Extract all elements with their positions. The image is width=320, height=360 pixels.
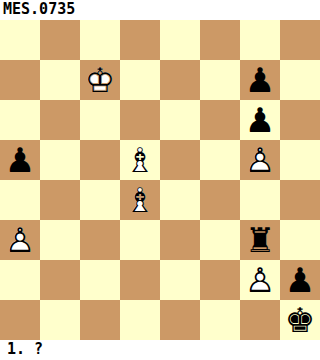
- square-a4[interactable]: [0, 180, 40, 220]
- square-d1[interactable]: [120, 300, 160, 340]
- black-pawn-glyph: ♟: [240, 60, 280, 100]
- white-bishop-outline: ♗: [120, 180, 160, 220]
- white-pawn: ♟♙: [240, 260, 280, 300]
- white-bishop-outline: ♗: [120, 140, 160, 180]
- move-prompt: 1. ?: [0, 340, 320, 360]
- square-d3[interactable]: [120, 220, 160, 260]
- square-c6[interactable]: [80, 100, 120, 140]
- square-b5[interactable]: [40, 140, 80, 180]
- square-h2[interactable]: ♟: [280, 260, 320, 300]
- square-f5[interactable]: [200, 140, 240, 180]
- square-d2[interactable]: [120, 260, 160, 300]
- black-pawn: ♟: [240, 100, 280, 140]
- square-c8[interactable]: [80, 20, 120, 60]
- square-f8[interactable]: [200, 20, 240, 60]
- square-a1[interactable]: [0, 300, 40, 340]
- black-pawn-glyph: ♟: [240, 100, 280, 140]
- square-e4[interactable]: [160, 180, 200, 220]
- square-c2[interactable]: [80, 260, 120, 300]
- square-d6[interactable]: [120, 100, 160, 140]
- square-h7[interactable]: [280, 60, 320, 100]
- square-h6[interactable]: [280, 100, 320, 140]
- black-pawn: ♟: [0, 140, 40, 180]
- square-c1[interactable]: [80, 300, 120, 340]
- square-h1[interactable]: ♚: [280, 300, 320, 340]
- square-g6[interactable]: ♟: [240, 100, 280, 140]
- white-pawn-outline: ♙: [0, 220, 40, 260]
- square-e2[interactable]: [160, 260, 200, 300]
- square-g4[interactable]: [240, 180, 280, 220]
- black-pawn: ♟: [280, 260, 320, 300]
- square-b2[interactable]: [40, 260, 80, 300]
- square-f7[interactable]: [200, 60, 240, 100]
- square-d5[interactable]: ♝♗: [120, 140, 160, 180]
- square-a3[interactable]: ♟♙: [0, 220, 40, 260]
- square-h4[interactable]: [280, 180, 320, 220]
- square-h3[interactable]: [280, 220, 320, 260]
- square-b3[interactable]: [40, 220, 80, 260]
- white-bishop: ♝♗: [120, 140, 160, 180]
- white-king: ♚♔: [80, 60, 120, 100]
- square-a2[interactable]: [0, 260, 40, 300]
- square-e7[interactable]: [160, 60, 200, 100]
- square-f3[interactable]: [200, 220, 240, 260]
- square-b1[interactable]: [40, 300, 80, 340]
- square-a7[interactable]: [0, 60, 40, 100]
- square-c5[interactable]: [80, 140, 120, 180]
- square-f4[interactable]: [200, 180, 240, 220]
- square-g8[interactable]: [240, 20, 280, 60]
- black-rook-glyph: ♜: [240, 220, 280, 260]
- square-d4[interactable]: ♝♗: [120, 180, 160, 220]
- square-f1[interactable]: [200, 300, 240, 340]
- black-pawn-glyph: ♟: [280, 260, 320, 300]
- chess-diagram: MES.0735 ♚♔♟♟♟♝♗♟♙♝♗♟♙♜♟♙♟♚ 1. ?: [0, 0, 320, 360]
- square-e1[interactable]: [160, 300, 200, 340]
- square-f6[interactable]: [200, 100, 240, 140]
- chess-board: ♚♔♟♟♟♝♗♟♙♝♗♟♙♜♟♙♟♚: [0, 20, 320, 340]
- square-e6[interactable]: [160, 100, 200, 140]
- square-c4[interactable]: [80, 180, 120, 220]
- square-d7[interactable]: [120, 60, 160, 100]
- square-h8[interactable]: [280, 20, 320, 60]
- square-g2[interactable]: ♟♙: [240, 260, 280, 300]
- white-king-outline: ♔: [80, 60, 120, 100]
- square-b7[interactable]: [40, 60, 80, 100]
- square-e5[interactable]: [160, 140, 200, 180]
- black-king: ♚: [280, 300, 320, 340]
- white-pawn-outline: ♙: [240, 260, 280, 300]
- white-pawn: ♟♙: [240, 140, 280, 180]
- square-e3[interactable]: [160, 220, 200, 260]
- black-king-glyph: ♚: [280, 300, 320, 340]
- square-g3[interactable]: ♜: [240, 220, 280, 260]
- square-e8[interactable]: [160, 20, 200, 60]
- black-pawn: ♟: [240, 60, 280, 100]
- white-bishop: ♝♗: [120, 180, 160, 220]
- square-b8[interactable]: [40, 20, 80, 60]
- square-c3[interactable]: [80, 220, 120, 260]
- square-h5[interactable]: [280, 140, 320, 180]
- black-rook: ♜: [240, 220, 280, 260]
- square-g5[interactable]: ♟♙: [240, 140, 280, 180]
- square-a8[interactable]: [0, 20, 40, 60]
- square-a6[interactable]: [0, 100, 40, 140]
- square-c7[interactable]: ♚♔: [80, 60, 120, 100]
- white-pawn-outline: ♙: [240, 140, 280, 180]
- white-pawn: ♟♙: [0, 220, 40, 260]
- square-f2[interactable]: [200, 260, 240, 300]
- square-b4[interactable]: [40, 180, 80, 220]
- square-g1[interactable]: [240, 300, 280, 340]
- square-a5[interactable]: ♟: [0, 140, 40, 180]
- black-pawn-glyph: ♟: [0, 140, 40, 180]
- square-b6[interactable]: [40, 100, 80, 140]
- square-g7[interactable]: ♟: [240, 60, 280, 100]
- square-d8[interactable]: [120, 20, 160, 60]
- puzzle-title: MES.0735: [0, 0, 320, 20]
